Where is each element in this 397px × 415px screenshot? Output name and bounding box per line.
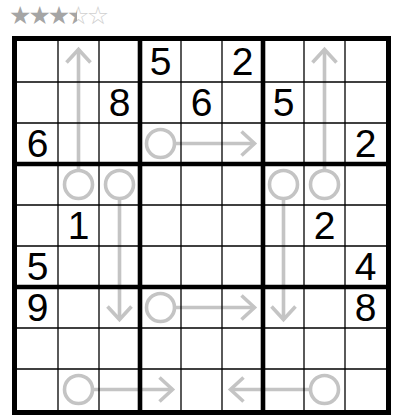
cell-r4c3[interactable]	[99, 164, 140, 205]
cell-r3c3[interactable]	[99, 123, 140, 164]
cell-r6c4[interactable]	[140, 246, 181, 287]
cell-r9c1[interactable]	[17, 369, 58, 410]
cell-r1c1[interactable]	[17, 41, 58, 82]
cell-r2c9[interactable]	[345, 82, 386, 123]
sudoku-board: 5286562125498	[12, 36, 391, 415]
cell-r2c2[interactable]	[58, 82, 99, 123]
cell-r1c4[interactable]: 5	[140, 41, 181, 82]
cell-r9c7[interactable]	[263, 369, 304, 410]
cell-r8c2[interactable]	[58, 328, 99, 369]
cell-r4c4[interactable]	[140, 164, 181, 205]
cell-r3c7[interactable]	[263, 123, 304, 164]
cell-r8c1[interactable]	[17, 328, 58, 369]
cell-r4c7[interactable]	[263, 164, 304, 205]
cell-r1c6[interactable]: 2	[222, 41, 263, 82]
cell-r2c4[interactable]	[140, 82, 181, 123]
cell-r6c1[interactable]: 5	[17, 246, 58, 287]
cell-r5c4[interactable]	[140, 205, 181, 246]
cell-r5c2[interactable]: 1	[58, 205, 99, 246]
cell-r4c5[interactable]	[181, 164, 222, 205]
cell-r7c8[interactable]	[304, 287, 345, 328]
cell-r7c4[interactable]	[140, 287, 181, 328]
cell-r8c7[interactable]	[263, 328, 304, 369]
cell-r1c7[interactable]	[263, 41, 304, 82]
cell-r4c6[interactable]	[222, 164, 263, 205]
cell-r7c5[interactable]	[181, 287, 222, 328]
cell-r5c8[interactable]: 2	[304, 205, 345, 246]
cell-r3c8[interactable]	[304, 123, 345, 164]
cell-r9c8[interactable]	[304, 369, 345, 410]
star-full-icon: ★	[9, 3, 28, 29]
cell-r5c3[interactable]	[99, 205, 140, 246]
cell-r9c5[interactable]	[181, 369, 222, 410]
cell-r8c4[interactable]	[140, 328, 181, 369]
cell-r6c9[interactable]: 4	[345, 246, 386, 287]
cell-r4c9[interactable]	[345, 164, 386, 205]
cell-r5c5[interactable]	[181, 205, 222, 246]
cell-r4c2[interactable]	[58, 164, 99, 205]
star-full-icon: ★	[28, 3, 47, 29]
cell-r4c8[interactable]	[304, 164, 345, 205]
star-empty-icon: ☆	[87, 3, 106, 29]
cell-r5c6[interactable]	[222, 205, 263, 246]
cell-r1c8[interactable]	[304, 41, 345, 82]
cell-r9c3[interactable]	[99, 369, 140, 410]
cell-r9c4[interactable]	[140, 369, 181, 410]
cell-r8c8[interactable]	[304, 328, 345, 369]
cell-r2c6[interactable]	[222, 82, 263, 123]
cell-r2c5[interactable]: 6	[181, 82, 222, 123]
cell-r6c6[interactable]	[222, 246, 263, 287]
cell-r7c1[interactable]: 9	[17, 287, 58, 328]
cell-r2c1[interactable]	[17, 82, 58, 123]
cell-r7c3[interactable]	[99, 287, 140, 328]
cell-r4c1[interactable]	[17, 164, 58, 205]
cell-r7c2[interactable]	[58, 287, 99, 328]
cell-r3c1[interactable]: 6	[17, 123, 58, 164]
cell-r7c9[interactable]: 8	[345, 287, 386, 328]
cell-r3c5[interactable]	[181, 123, 222, 164]
cell-r8c6[interactable]	[222, 328, 263, 369]
sudoku-grid: 5286562125498	[17, 41, 386, 410]
cell-r7c7[interactable]	[263, 287, 304, 328]
cell-r2c3[interactable]: 8	[99, 82, 140, 123]
cell-r9c9[interactable]	[345, 369, 386, 410]
cell-r6c2[interactable]	[58, 246, 99, 287]
cell-r8c9[interactable]	[345, 328, 386, 369]
cell-r5c7[interactable]	[263, 205, 304, 246]
cell-r9c2[interactable]	[58, 369, 99, 410]
cell-r9c6[interactable]	[222, 369, 263, 410]
cell-r2c8[interactable]	[304, 82, 345, 123]
cell-r5c1[interactable]	[17, 205, 58, 246]
cell-r2c7[interactable]: 5	[263, 82, 304, 123]
cell-r3c9[interactable]: 2	[345, 123, 386, 164]
cell-r3c6[interactable]	[222, 123, 263, 164]
cell-r1c3[interactable]	[99, 41, 140, 82]
cell-r5c9[interactable]	[345, 205, 386, 246]
difficulty-stars: ★★★☆★☆	[9, 3, 397, 32]
cell-r1c5[interactable]	[181, 41, 222, 82]
cell-r3c2[interactable]	[58, 123, 99, 164]
star-full-icon: ★	[48, 3, 67, 29]
cell-r8c3[interactable]	[99, 328, 140, 369]
star-half-icon: ☆★	[67, 3, 86, 29]
cell-r6c3[interactable]	[99, 246, 140, 287]
cell-r1c2[interactable]	[58, 41, 99, 82]
cell-r7c6[interactable]	[222, 287, 263, 328]
cell-r6c7[interactable]	[263, 246, 304, 287]
cell-r1c9[interactable]	[345, 41, 386, 82]
cell-r8c5[interactable]	[181, 328, 222, 369]
cell-r6c5[interactable]	[181, 246, 222, 287]
cell-r6c8[interactable]	[304, 246, 345, 287]
cell-r3c4[interactable]	[140, 123, 181, 164]
